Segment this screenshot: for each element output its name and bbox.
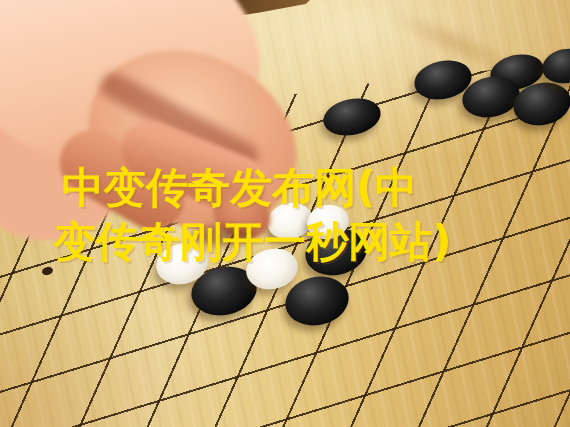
overlay-text-line2: 变传奇刚开一秒网站)	[54, 221, 451, 263]
overlay-text-line1: 中变传奇发布网(中	[62, 167, 417, 209]
go-photo-scene: 中变传奇发布网(中 变传奇刚开一秒网站)	[0, 0, 570, 427]
